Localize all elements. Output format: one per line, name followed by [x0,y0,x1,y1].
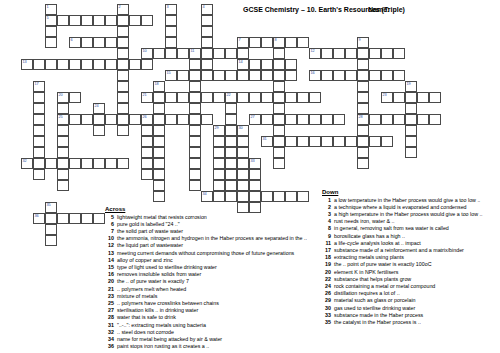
grid-cell[interactable] [201,48,213,59]
clue-item-text: removes insoluble solids from water [114,271,201,278]
grid-cell[interactable]: 36 [33,213,45,224]
grid-cell[interactable] [357,70,369,81]
grid-cell[interactable] [225,147,237,158]
grid-cell[interactable] [237,92,249,103]
grid-cell[interactable] [117,81,129,92]
grid-cell[interactable] [213,136,225,147]
grid-cell[interactable] [369,136,381,147]
grid-cell[interactable] [321,48,333,59]
grid-cell[interactable] [261,191,273,202]
grid-cell[interactable] [57,103,69,114]
grid-cell[interactable] [165,37,177,48]
grid-cell[interactable] [297,191,309,202]
grid-cell[interactable]: 33 [249,158,261,169]
grid-cell[interactable]: 23 [381,92,393,103]
grid-cell[interactable] [165,48,177,59]
grid-cell[interactable] [117,48,129,59]
clue-item: 21.. polymers melt when heated [105,286,340,293]
grid-cell[interactable] [357,158,369,169]
grid-cell[interactable] [213,70,225,81]
clue-item-text: .. polymers have crosslinks between chai… [114,300,219,307]
grid-cell[interactable]: 6 [69,37,81,48]
grid-cell[interactable] [33,169,45,180]
grid-cell[interactable] [273,191,285,202]
grid-cell[interactable] [189,125,201,136]
grid-cell[interactable]: 2 [117,4,129,15]
grid-cell[interactable] [105,37,117,48]
grid-cell[interactable] [273,103,285,114]
grid-cell[interactable] [117,70,129,81]
grid-cell[interactable] [369,114,381,125]
grid-cell[interactable] [33,59,45,70]
grid-cell[interactable] [177,48,189,59]
grid-cell[interactable] [117,125,129,136]
grid-cell[interactable] [249,169,261,180]
grid-cell[interactable]: 10 [141,48,153,59]
grid-cell[interactable] [117,92,129,103]
grid-cell[interactable] [153,191,165,202]
grid-cell[interactable] [105,15,117,26]
grid-cell[interactable]: 15 [165,70,177,81]
grid-cell[interactable]: 5 [45,15,57,26]
grid-cell[interactable] [381,70,393,81]
grid-cell[interactable] [201,92,213,103]
grid-cell[interactable] [141,125,153,136]
grid-cell[interactable] [237,70,249,81]
clue-item-number: 19 [322,261,331,268]
grid-cell[interactable] [57,169,69,180]
clue-item-number: 30 [322,305,331,312]
grid-cell[interactable] [405,92,417,103]
clue-number: 10 [143,49,147,53]
grid-cell[interactable] [93,158,105,169]
grid-cell[interactable] [177,114,189,125]
grid-cell[interactable] [33,125,45,136]
clue-item-text: borosilicate glass has a high .. [331,233,405,240]
grid-cell[interactable] [249,59,261,70]
grid-cell[interactable] [225,103,237,114]
clue-item-text: alloy of copper and zinc [114,257,173,264]
grid-cell[interactable] [105,158,117,169]
grid-cell[interactable]: 11 [189,48,201,59]
grid-cell[interactable] [153,180,165,191]
grid-cell[interactable] [153,169,165,180]
grid-cell[interactable] [117,15,129,26]
clue-item: 11a life-cycle analysis looks at .. impa… [322,240,498,247]
clue-item-text: rust needs iron, water & .. [331,218,394,225]
grid-cell[interactable] [285,70,297,81]
grid-cell[interactable] [201,59,213,70]
grid-cell[interactable] [189,81,201,92]
grid-cell[interactable] [237,147,249,158]
clue-item-text: name for metal being attacked by air & w… [114,336,222,343]
grid-cell[interactable] [117,114,129,125]
grid-cell[interactable] [153,125,165,136]
grid-cell[interactable] [345,70,357,81]
grid-cell[interactable] [237,136,249,147]
grid-cell[interactable] [333,48,345,59]
grid-cell[interactable] [285,114,297,125]
clue-item: 31"..-..": extracting metals using bacte… [105,322,340,329]
grid-cell[interactable] [189,147,201,158]
grid-cell[interactable] [357,103,369,114]
clue-number: 7 [239,38,241,42]
grid-cell[interactable] [357,92,369,103]
grid-cell[interactable] [381,136,393,147]
grid-cell[interactable] [57,147,69,158]
clue-item: 1a low temperature in the Haber process … [322,197,498,204]
grid-cell[interactable]: 28 [357,114,369,125]
grid-cell[interactable] [177,70,189,81]
grid-cell[interactable] [297,136,309,147]
grid-cell[interactable]: 21 [141,92,153,103]
grid-cell[interactable] [417,92,429,103]
grid-cell[interactable] [189,103,201,114]
grid-cell[interactable] [141,169,153,180]
grid-cell[interactable] [45,235,57,246]
grid-cell[interactable] [213,92,225,103]
grid-cell[interactable] [81,37,93,48]
grid-cell[interactable] [213,48,225,59]
grid-cell[interactable] [285,92,297,103]
grid-cell[interactable] [405,125,417,136]
clue-number: 12 [311,49,315,53]
grid-cell[interactable]: 24 [93,103,105,114]
grid-cell[interactable] [57,125,69,136]
grid-cell[interactable] [33,103,45,114]
grid-cell[interactable] [189,114,201,125]
grid-cell[interactable] [237,191,249,202]
grid-cell[interactable] [405,103,417,114]
grid-cell[interactable] [189,59,201,70]
grid-cell[interactable] [189,70,201,81]
grid-cell[interactable] [273,59,285,70]
clue-item-number: 18 [322,254,331,261]
grid-cell[interactable] [345,48,357,59]
grid-cell[interactable] [189,92,201,103]
grid-cell[interactable] [45,59,57,70]
grid-cell[interactable] [333,114,345,125]
clue-item: 20element K in NPK fertilisers [322,269,498,276]
clue-item: 13meeting current demands without compro… [105,250,340,257]
grid-cell[interactable] [105,114,117,125]
grid-cell[interactable]: 3 [165,4,177,15]
grid-cell[interactable] [81,59,93,70]
grid-cell[interactable] [345,136,357,147]
grid-cell[interactable] [357,59,369,70]
clue-number: 26 [143,115,147,119]
grid-cell[interactable] [93,213,105,224]
grid-cell[interactable] [405,114,417,125]
clue-item-text: .. polymers melt when heated [114,286,186,293]
grid-cell[interactable]: 35 [45,202,57,213]
grid-cell[interactable] [153,114,165,125]
grid-cell[interactable] [273,136,285,147]
grid-cell[interactable] [189,169,201,180]
grid-cell[interactable] [273,70,285,81]
grid-cell[interactable] [225,48,237,59]
grid-cell[interactable] [285,37,297,48]
grid-cell[interactable] [393,114,405,125]
grid-cell[interactable] [165,15,177,26]
grid-cell[interactable] [405,136,417,147]
grid-cell[interactable]: 13 [21,59,33,70]
clue-item-number: 15 [105,264,114,271]
grid-cell[interactable] [213,191,225,202]
grid-cell[interactable] [141,59,153,70]
grid-cell[interactable] [249,191,261,202]
grid-cell[interactable] [381,114,393,125]
grid-cell[interactable]: 17 [33,81,45,92]
grid-cell[interactable] [225,70,237,81]
grid-cell[interactable] [297,92,309,103]
grid-cell[interactable]: 16 [309,70,321,81]
clue-number: 13 [23,60,27,64]
grid-cell[interactable] [189,180,201,191]
grid-cell[interactable] [45,213,57,224]
clue-item-text: the solid part of waste water [114,228,183,235]
grid-cell[interactable] [57,180,69,191]
grid-cell[interactable] [201,15,213,26]
grid-cell[interactable] [285,136,297,147]
down-clues: Down 1a low temperature in the Haber pro… [322,189,498,326]
grid-cell[interactable] [225,169,237,180]
grid-cell[interactable] [189,136,201,147]
across-header: Across [105,206,340,212]
grid-cell[interactable] [57,15,69,26]
grid-cell[interactable] [405,147,417,158]
grid-cell[interactable] [201,26,213,37]
grid-cell[interactable] [117,103,129,114]
grid-cell[interactable] [153,136,165,147]
grid-cell[interactable] [273,147,285,158]
grid-cell[interactable] [357,125,369,136]
grid-cell[interactable]: 26 [141,114,153,125]
clue-item-number: 22 [322,276,331,283]
clue-item-text: lightweight metal that resists corrosion [114,214,207,221]
grid-cell[interactable] [393,48,405,59]
grid-cell[interactable] [309,92,321,103]
grid-cell[interactable]: 19 [405,81,417,92]
grid-cell[interactable] [105,59,117,70]
grid-cell[interactable] [141,147,153,158]
grid-cell[interactable]: 12 [309,48,321,59]
grid-cell[interactable] [165,26,177,37]
grid-cell[interactable] [153,103,165,114]
grid-cell[interactable] [33,114,45,125]
grid-cell[interactable] [141,15,153,26]
grid-cell[interactable] [249,70,261,81]
grid-cell[interactable] [57,158,69,169]
grid-cell[interactable] [201,37,213,48]
grid-cell[interactable] [129,15,141,26]
grid-cell[interactable]: 25 [57,114,69,125]
grid-cell[interactable] [261,92,273,103]
grid-cell[interactable] [93,114,105,125]
grid-cell[interactable] [33,92,45,103]
grid-cell[interactable] [357,48,369,59]
grid-cell[interactable] [273,158,285,169]
grid-cell[interactable]: 22 [225,92,237,103]
grid-cell[interactable] [261,114,273,125]
grid-cell[interactable] [237,169,249,180]
grid-cell[interactable] [225,158,237,169]
grid-cell[interactable] [153,158,165,169]
grid-cell[interactable] [429,92,441,103]
grid-cell[interactable] [153,147,165,158]
grid-cell[interactable] [213,158,225,169]
grid-cell[interactable] [321,70,333,81]
grid-cell[interactable] [369,70,381,81]
grid-cell[interactable]: 29 [213,125,225,136]
grid-cell[interactable] [189,158,201,169]
grid-cell[interactable] [249,37,261,48]
grid-cell[interactable] [225,136,237,147]
clue-item-number: 2 [322,204,331,211]
grid-cell[interactable] [69,59,81,70]
grid-cell[interactable] [321,136,333,147]
clue-item-text: gas used to sterilise drinking water [331,305,415,312]
grid-cell[interactable] [393,70,405,81]
grid-cell[interactable] [117,26,129,37]
grid-cell[interactable] [213,169,225,180]
grid-cell[interactable] [225,180,237,191]
grid-cell[interactable] [45,158,57,169]
grid-cell[interactable] [201,114,213,125]
grid-cell[interactable] [393,92,405,103]
grid-cell[interactable] [261,59,273,70]
grid-cell[interactable] [165,92,177,103]
grid-cell[interactable] [129,59,141,70]
grid-cell[interactable] [213,180,225,191]
grid-cell[interactable] [81,158,93,169]
grid-cell[interactable] [153,92,165,103]
grid-cell[interactable] [273,125,285,136]
grid-cell[interactable] [273,48,285,59]
grid-cell[interactable] [129,114,141,125]
clue-item: 19the .. point of pure water is exactly … [322,261,498,268]
grid-cell[interactable] [417,114,429,125]
grid-cell[interactable] [225,114,237,125]
clue-item-text: type of light used to sterilise drinking… [114,264,217,271]
grid-cell[interactable] [369,48,381,59]
grid-cell[interactable] [261,37,273,48]
grid-cell[interactable] [357,81,369,92]
grid-cell[interactable] [165,114,177,125]
grid-cell[interactable] [237,48,249,59]
grid-cell[interactable] [141,136,153,147]
clue-item-number: 32 [105,329,114,336]
grid-cell[interactable] [381,48,393,59]
grid-cell[interactable] [81,15,93,26]
grid-cell[interactable] [177,92,189,103]
grid-cell[interactable] [81,213,93,224]
clue-number: 21 [143,93,147,97]
grid-cell[interactable] [45,224,57,235]
grid-cell[interactable] [273,92,285,103]
grid-cell[interactable] [81,114,93,125]
grid-cell[interactable]: 31 [261,136,273,147]
grid-cell[interactable]: 32 [21,158,33,169]
grid-cell[interactable]: 8 [273,37,285,48]
grid-cell[interactable]: 1 [45,4,57,15]
clue-number: 17 [35,82,39,86]
grid-cell[interactable] [201,70,213,81]
grid-cell[interactable] [117,158,129,169]
grid-cell[interactable] [69,158,81,169]
grid-cell[interactable] [69,114,81,125]
grid-cell[interactable] [117,37,129,48]
grid-cell[interactable]: 18 [153,81,165,92]
grid-cell[interactable] [237,158,249,169]
grid-cell[interactable] [93,15,105,26]
grid-cell[interactable] [429,114,441,125]
clue-item-text: the .. of pure water is exactly 7 [114,278,189,285]
grid-cell[interactable]: 20 [57,92,69,103]
grid-cell[interactable] [57,136,69,147]
grid-cell[interactable] [285,191,297,202]
grid-cell[interactable]: 30 [237,125,249,136]
grid-cell[interactable] [285,59,297,70]
grid-cell[interactable] [273,114,285,125]
grid-cell[interactable] [249,92,261,103]
grid-cell[interactable]: 4 [201,4,213,15]
grid-cell[interactable]: 34 [201,191,213,202]
grid-cell[interactable] [237,180,249,191]
grid-cell[interactable] [45,37,57,48]
grid-cell[interactable] [45,26,57,37]
grid-cell[interactable] [333,136,345,147]
grid-cell[interactable] [273,81,285,92]
grid-cell[interactable] [213,147,225,158]
grid-cell[interactable]: 27 [249,114,261,125]
grid-cell[interactable] [33,147,45,158]
grid-cell[interactable] [357,136,369,147]
grid-cell[interactable] [357,147,369,158]
grid-cell[interactable] [333,70,345,81]
grid-cell[interactable] [249,180,261,191]
grid-cell[interactable] [93,125,105,136]
grid-cell[interactable] [261,70,273,81]
grid-cell[interactable] [117,59,129,70]
grid-cell[interactable] [69,15,81,26]
grid-cell[interactable] [297,114,309,125]
grid-cell[interactable] [321,114,333,125]
grid-cell[interactable] [309,136,321,147]
grid-cell[interactable] [69,213,81,224]
grid-cell[interactable] [225,125,237,136]
grid-cell[interactable] [57,213,69,224]
grid-cell[interactable] [153,48,165,59]
grid-cell[interactable] [93,37,105,48]
grid-cell[interactable]: 7 [237,37,249,48]
grid-cell[interactable] [33,158,45,169]
grid-cell[interactable] [33,136,45,147]
grid-cell[interactable] [309,114,321,125]
clue-item-text: "..-..": extracting metals using bacteri… [114,322,206,329]
grid-cell[interactable] [297,37,309,48]
grid-cell[interactable]: 14 [237,59,249,70]
grid-cell[interactable] [141,158,153,169]
grid-cell[interactable] [69,92,81,103]
clue-number: 22 [227,93,231,97]
grid-cell[interactable] [93,59,105,70]
grid-cell[interactable]: 9 [357,37,369,48]
grid-cell[interactable] [57,59,69,70]
clue-item: 24rock containing a metal or metal compo… [322,283,498,290]
clue-item: 4rust needs iron, water & .. [322,218,498,225]
grid-cell[interactable] [225,191,237,202]
